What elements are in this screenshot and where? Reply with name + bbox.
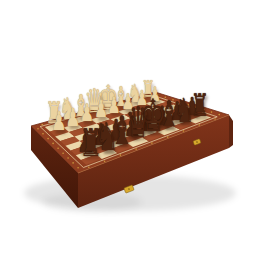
piece-black-rook[interactable]: ♜: [80, 123, 102, 161]
piece-white-pawn[interactable]: ♟: [52, 108, 67, 134]
piece-layer: ♜♞♝♛♚♝♞♜♟♟♟♟♟♟♟♟♟♟♟♟♟♟♟♟♜♞♝♛♚♝♞♜: [0, 0, 254, 254]
chess-set-photo: ♜♞♝♛♚♝♞♜♟♟♟♟♟♟♟♟♟♟♟♟♟♟♟♟♜♞♝♛♚♝♞♜: [0, 0, 254, 254]
